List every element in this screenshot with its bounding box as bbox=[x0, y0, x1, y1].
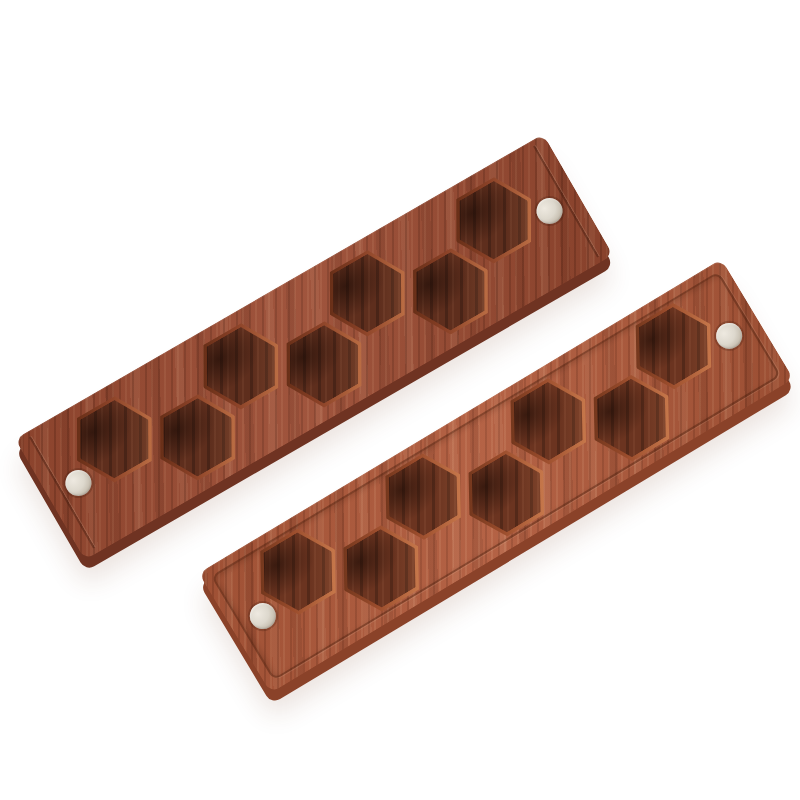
magnet bbox=[61, 465, 97, 501]
product-photo bbox=[0, 0, 800, 800]
magnet bbox=[532, 193, 568, 229]
